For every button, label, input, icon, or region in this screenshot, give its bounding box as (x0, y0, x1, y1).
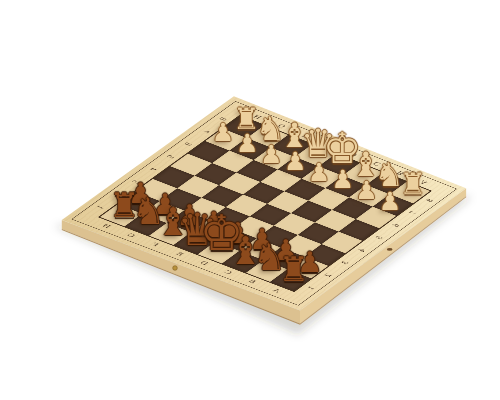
wooden-chess-set-photo: ABCDEFGH ABCDEFGH 87654321 87654321 ♜♞♝♚… (0, 0, 500, 400)
brass-hinge-pin (173, 266, 178, 271)
latch-slot (387, 248, 393, 251)
